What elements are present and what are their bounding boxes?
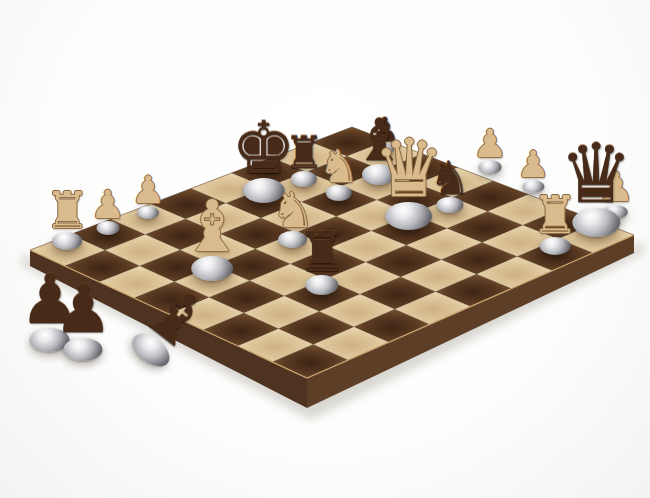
piece-white-rook[interactable]: ♜ — [45, 185, 91, 250]
piece-black-pawn[interactable]: ♟ — [53, 277, 112, 361]
piece-white-knight[interactable]: ♞ — [319, 144, 359, 201]
wobble-chess-product-photo: ♟♟♝♜♟♞♚♞♟♟♛♟♛♞♜♜♝♜♟♟♝ — [0, 0, 650, 498]
queen-glyph: ♛ — [373, 129, 445, 209]
piece-white-bishop[interactable]: ♝ — [180, 191, 244, 281]
piece-white-pawn[interactable]: ♟ — [131, 171, 165, 219]
piece-white-pawn[interactable]: ♟ — [90, 185, 125, 235]
rook-glyph: ♜ — [297, 225, 346, 280]
pawn-glyph: ♟ — [131, 171, 165, 209]
piece-white-pawn[interactable]: ♟ — [473, 124, 508, 174]
pawn-glyph: ♟ — [516, 146, 549, 183]
piece-black-rook[interactable]: ♜ — [297, 225, 346, 295]
pawn-glyph: ♟ — [90, 185, 125, 224]
rook-glyph: ♜ — [532, 189, 579, 241]
pawn-glyph: ♟ — [53, 277, 112, 343]
piece-white-queen[interactable]: ♛ — [373, 129, 445, 230]
bishop-glyph: ♝ — [180, 191, 244, 262]
knight-glyph: ♞ — [319, 144, 359, 189]
rook-glyph: ♜ — [45, 185, 91, 236]
piece-white-rook[interactable]: ♜ — [532, 189, 579, 255]
pawn-glyph: ♟ — [473, 124, 508, 163]
king-glyph: ♚ — [231, 112, 296, 184]
